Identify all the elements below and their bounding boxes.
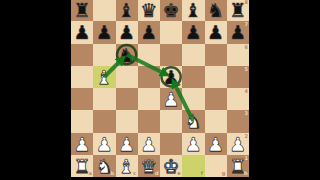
letterbox-right — [249, 0, 320, 180]
white-pawn[interactable]: ♟ — [207, 133, 224, 155]
square-d2[interactable]: ♟ — [138, 133, 160, 155]
square-f3[interactable]: ♞ — [182, 110, 204, 132]
square-d3[interactable] — [138, 110, 160, 132]
white-pawn[interactable]: ♟ — [229, 133, 246, 155]
square-c6[interactable]: ♞ — [116, 44, 138, 66]
white-pawn[interactable]: ♟ — [118, 133, 135, 155]
square-e5[interactable]: ♟ — [160, 66, 182, 88]
square-f5[interactable] — [182, 66, 204, 88]
square-d6[interactable] — [138, 44, 160, 66]
square-b1[interactable]: ♞b — [93, 155, 115, 177]
square-c7[interactable]: ♟ — [116, 21, 138, 43]
square-d1[interactable]: ♛d — [138, 155, 160, 177]
black-rook[interactable]: ♜ — [74, 0, 91, 21]
white-pawn[interactable]: ♟ — [140, 133, 157, 155]
square-a3[interactable] — [71, 110, 93, 132]
square-b2[interactable]: ♟ — [93, 133, 115, 155]
black-knight[interactable]: ♞ — [118, 44, 135, 66]
square-h5[interactable]: 5 — [227, 66, 249, 88]
black-pawn[interactable]: ♟ — [229, 21, 246, 43]
square-a8[interactable]: ♜ — [71, 0, 93, 21]
black-queen[interactable]: ♛ — [140, 0, 157, 21]
square-c4[interactable] — [116, 88, 138, 110]
black-pawn[interactable]: ♟ — [74, 21, 91, 43]
black-king[interactable]: ♚ — [163, 0, 180, 21]
black-knight[interactable]: ♞ — [207, 0, 224, 21]
file-label-g: g — [222, 171, 226, 176]
square-e8[interactable]: ♚ — [160, 0, 182, 21]
square-f6[interactable] — [182, 44, 204, 66]
square-d8[interactable]: ♛ — [138, 0, 160, 21]
square-g7[interactable]: ♟ — [205, 21, 227, 43]
square-h4[interactable]: 4 — [227, 88, 249, 110]
square-e7[interactable] — [160, 21, 182, 43]
square-h6[interactable]: 6 — [227, 44, 249, 66]
square-g2[interactable]: ♟ — [205, 133, 227, 155]
square-e1[interactable]: ♚e — [160, 155, 182, 177]
white-pawn[interactable]: ♟ — [163, 88, 180, 110]
white-queen[interactable]: ♛ — [140, 155, 157, 177]
square-b5[interactable]: ♝ — [93, 66, 115, 88]
square-b4[interactable] — [93, 88, 115, 110]
square-f8[interactable]: ♝ — [182, 0, 204, 21]
square-e4[interactable]: ♟ — [160, 88, 182, 110]
square-a7[interactable]: ♟ — [71, 21, 93, 43]
square-h1[interactable]: ♜1h — [227, 155, 249, 177]
square-b3[interactable] — [93, 110, 115, 132]
white-knight[interactable]: ♞ — [185, 110, 202, 132]
square-g8[interactable]: ♞ — [205, 0, 227, 21]
square-f7[interactable]: ♟ — [182, 21, 204, 43]
square-c2[interactable]: ♟ — [116, 133, 138, 155]
square-a5[interactable] — [71, 66, 93, 88]
square-h2[interactable]: ♟2 — [227, 133, 249, 155]
square-d7[interactable]: ♟ — [138, 21, 160, 43]
square-g6[interactable] — [205, 44, 227, 66]
white-bishop[interactable]: ♝ — [118, 155, 135, 177]
square-a1[interactable]: ♜a — [71, 155, 93, 177]
square-f4[interactable] — [182, 88, 204, 110]
square-h7[interactable]: ♟7 — [227, 21, 249, 43]
video-frame: ♜♝♛♚♝♞♜8♟♟♟♟♟♟♟7♞6♝♟5♟4♞3♟♟♟♟♟♟♟2♜a♞b♝c♛… — [0, 0, 320, 180]
black-pawn[interactable]: ♟ — [207, 21, 224, 43]
square-c3[interactable] — [116, 110, 138, 132]
square-c5[interactable] — [116, 66, 138, 88]
square-e6[interactable] — [160, 44, 182, 66]
square-d4[interactable] — [138, 88, 160, 110]
square-b6[interactable] — [93, 44, 115, 66]
rank-label-6: 6 — [245, 45, 248, 50]
rank-label-3: 3 — [245, 111, 248, 116]
white-king[interactable]: ♚ — [163, 155, 180, 177]
black-pawn[interactable]: ♟ — [163, 66, 180, 88]
white-pawn[interactable]: ♟ — [74, 133, 91, 155]
square-e3[interactable] — [160, 110, 182, 132]
black-pawn[interactable]: ♟ — [185, 21, 202, 43]
white-bishop[interactable]: ♝ — [96, 66, 113, 88]
black-pawn[interactable]: ♟ — [118, 21, 135, 43]
square-h8[interactable]: ♜8 — [227, 0, 249, 21]
square-c8[interactable]: ♝ — [116, 0, 138, 21]
letterbox-left — [0, 0, 71, 180]
black-rook[interactable]: ♜ — [229, 0, 246, 21]
rank-label-5: 5 — [245, 67, 248, 72]
rank-label-4: 4 — [245, 89, 248, 94]
square-g5[interactable] — [205, 66, 227, 88]
black-bishop[interactable]: ♝ — [185, 0, 202, 21]
black-bishop[interactable]: ♝ — [118, 0, 135, 21]
square-g3[interactable] — [205, 110, 227, 132]
square-c1[interactable]: ♝c — [116, 155, 138, 177]
square-f1[interactable]: f — [182, 155, 204, 177]
square-b8[interactable] — [93, 0, 115, 21]
white-rook[interactable]: ♜ — [229, 155, 246, 177]
square-g4[interactable] — [205, 88, 227, 110]
white-knight[interactable]: ♞ — [96, 155, 113, 177]
white-pawn[interactable]: ♟ — [185, 133, 202, 155]
black-pawn[interactable]: ♟ — [96, 21, 113, 43]
chess-board: ♜♝♛♚♝♞♜8♟♟♟♟♟♟♟7♞6♝♟5♟4♞3♟♟♟♟♟♟♟2♜a♞b♝c♛… — [71, 0, 249, 177]
black-pawn[interactable]: ♟ — [140, 21, 157, 43]
square-f2[interactable]: ♟ — [182, 133, 204, 155]
square-a6[interactable] — [71, 44, 93, 66]
file-label-f: f — [201, 171, 203, 176]
white-pawn[interactable]: ♟ — [96, 133, 113, 155]
square-g1[interactable]: g — [205, 155, 227, 177]
square-d5[interactable] — [138, 66, 160, 88]
square-b7[interactable]: ♟ — [93, 21, 115, 43]
square-a2[interactable]: ♟ — [71, 133, 93, 155]
square-e2[interactable] — [160, 133, 182, 155]
square-a4[interactable] — [71, 88, 93, 110]
square-h3[interactable]: 3 — [227, 110, 249, 132]
white-rook[interactable]: ♜ — [74, 155, 91, 177]
